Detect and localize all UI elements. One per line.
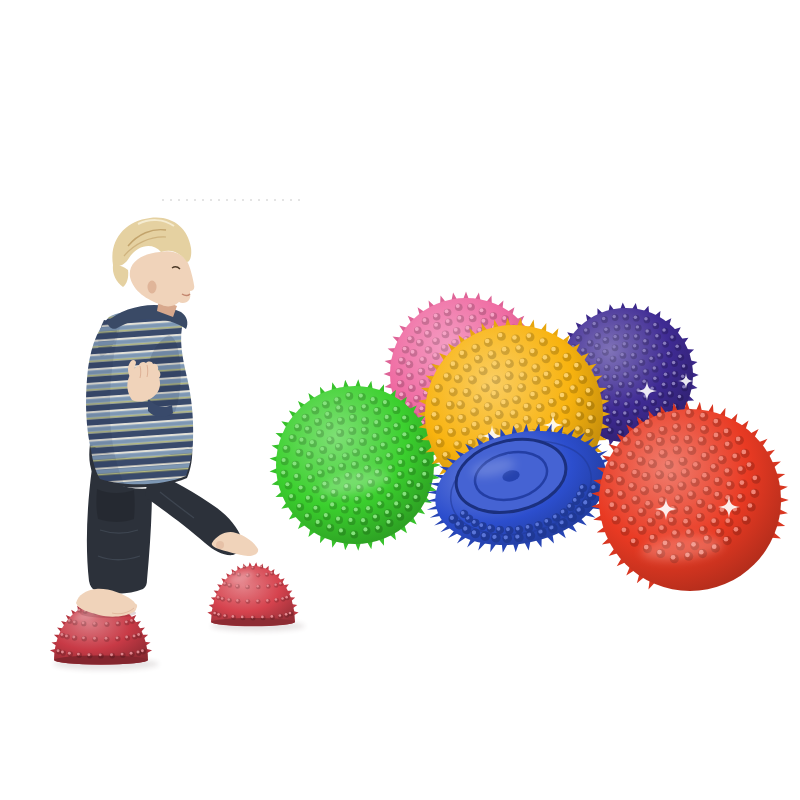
toe	[133, 604, 137, 608]
toe	[248, 552, 252, 556]
red-floor-pod-far	[207, 562, 298, 626]
toe	[253, 549, 257, 553]
child-figure	[76, 218, 258, 618]
cargo-pocket	[96, 489, 134, 522]
scene-illustration	[0, 0, 800, 800]
child-face	[130, 251, 194, 306]
product-photo-canvas	[0, 0, 800, 800]
child-ear	[148, 281, 157, 294]
child-hair-back	[113, 265, 128, 287]
